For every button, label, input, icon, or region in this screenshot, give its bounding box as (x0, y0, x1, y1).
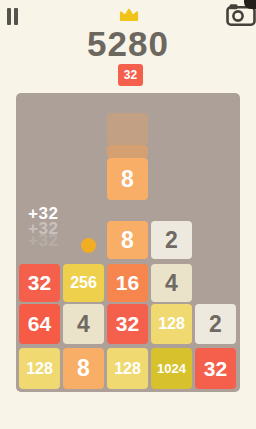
falling-tile: 8 (107, 158, 148, 200)
tile-256: 256 (63, 264, 104, 302)
tile-2: 2 (151, 221, 192, 259)
tile-4: 4 (151, 264, 192, 302)
tile-128: 128 (19, 348, 60, 389)
pause-icon (14, 8, 18, 25)
tile-32: 32 (19, 264, 60, 302)
board[interactable]: 8 +32 +32 +32 82322561646443212821288128… (16, 93, 240, 392)
tile-32: 32 (107, 304, 148, 344)
pause-icon (7, 8, 11, 25)
next-tile-indicator: 32 (118, 64, 143, 86)
tile-16: 16 (107, 264, 148, 302)
falling-tile-trail-faint (107, 113, 148, 145)
tile-2: 2 (195, 304, 236, 344)
tile-32: 32 (195, 348, 236, 389)
tile-8: 8 (63, 348, 104, 389)
coin-dot (81, 238, 96, 253)
tile-4: 4 (63, 304, 104, 344)
falling-tile-trail (107, 145, 148, 158)
tile-128: 128 (151, 304, 192, 344)
game-screen: 5280 32 8 +32 +32 +32 823225616464432128… (0, 0, 256, 429)
tile-1024: 1024 (151, 348, 192, 389)
crown-icon (119, 8, 139, 22)
score-value: 5280 (0, 24, 256, 64)
tile-128: 128 (107, 348, 148, 389)
tile-64: 64 (19, 304, 60, 344)
score-popup-ghost: +32 (28, 231, 58, 251)
tile-8: 8 (107, 221, 148, 259)
